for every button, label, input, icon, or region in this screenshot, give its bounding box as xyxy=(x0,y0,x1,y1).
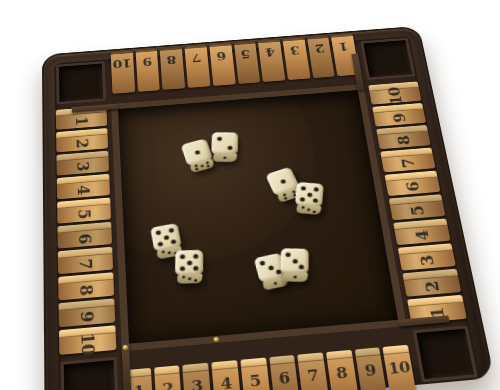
tile-bottom-10[interactable]: 10 xyxy=(383,345,417,390)
die-pip xyxy=(299,264,304,269)
tile-number: 3 xyxy=(74,161,91,172)
die-pip xyxy=(193,266,198,271)
die-pip xyxy=(267,265,273,271)
tile-end-cap xyxy=(269,355,295,365)
tile-end-cap xyxy=(326,350,352,360)
die-pip xyxy=(180,266,185,271)
tile-end-cap xyxy=(297,352,323,362)
die-pip xyxy=(180,254,185,259)
tile-number: 10 xyxy=(78,332,97,356)
tile-left-4[interactable]: 4 xyxy=(57,174,110,200)
tile-right-7[interactable]: 7 xyxy=(380,148,435,173)
tile-end-cap xyxy=(154,365,180,375)
die-pip xyxy=(156,230,162,235)
die-top-face xyxy=(175,249,203,274)
tile-end-cap xyxy=(384,171,437,182)
tile-end-cap xyxy=(57,174,110,185)
tile-left-7[interactable]: 7 xyxy=(58,247,113,274)
tile-number: 3 xyxy=(290,44,301,56)
tile-number: 9 xyxy=(391,113,409,123)
die-pip xyxy=(285,252,290,257)
die-pip xyxy=(293,275,297,278)
tile-number: 8 xyxy=(167,53,177,65)
board-outer-frame: 10987654321 12345678910 10987654321 1234… xyxy=(42,26,495,390)
tile-end-cap xyxy=(57,222,111,234)
tile-number: 6 xyxy=(404,181,423,192)
tile-end-cap xyxy=(56,128,107,139)
tile-end-cap xyxy=(383,345,410,355)
die-pip xyxy=(168,228,174,233)
die-6-showing-5[interactable] xyxy=(175,249,203,283)
tile-number: 4 xyxy=(75,184,92,195)
die-top-face xyxy=(280,248,308,273)
tile-number: 3 xyxy=(418,255,437,267)
tile-end-cap xyxy=(56,151,108,162)
tile-number: 9 xyxy=(78,310,96,323)
die-front-face xyxy=(295,205,321,216)
tile-number: 1 xyxy=(73,116,90,126)
tile-number: 5 xyxy=(75,208,92,219)
tile-top-10[interactable]: 10 xyxy=(111,51,135,94)
tile-top-3[interactable]: 3 xyxy=(282,38,310,80)
tile-number: 7 xyxy=(399,158,417,169)
die-front-face xyxy=(212,154,237,162)
tile-end-cap xyxy=(57,198,110,209)
die-pip xyxy=(223,156,226,158)
die-pip xyxy=(205,161,208,164)
die-pip xyxy=(193,254,198,259)
corner-tray-bottom-right xyxy=(413,325,478,382)
die-pip xyxy=(217,137,222,141)
product-photo-scene: 10987654321 12345678910 10987654321 1234… xyxy=(0,0,500,390)
corner-tray-top-left xyxy=(56,61,106,104)
die-pip xyxy=(170,239,176,244)
die-pip xyxy=(301,206,305,209)
tile-number: 8 xyxy=(77,284,95,296)
die-2-showing-2[interactable] xyxy=(211,132,238,162)
tile-number: 6 xyxy=(278,371,291,387)
die-pip xyxy=(193,279,196,282)
tile-right-10[interactable]: 10 xyxy=(368,81,421,104)
tile-end-cap xyxy=(240,358,266,368)
tile-top-8[interactable]: 8 xyxy=(160,47,185,90)
brass-hinge-pin xyxy=(213,337,219,342)
die-pip xyxy=(195,168,198,171)
tile-right-2[interactable]: 2 xyxy=(402,269,461,297)
die-pip xyxy=(163,235,169,240)
die-pip xyxy=(158,242,164,247)
tile-bottom-2[interactable]: 2 xyxy=(154,365,183,390)
tile-number: 7 xyxy=(307,368,320,384)
tile-top-9[interactable]: 9 xyxy=(135,49,160,92)
tile-right-5[interactable]: 5 xyxy=(389,194,446,220)
tile-right-9[interactable]: 9 xyxy=(372,103,426,127)
tile-number: 4 xyxy=(413,230,432,242)
tile-left-10[interactable]: 10 xyxy=(59,325,116,355)
tile-end-cap xyxy=(183,363,209,373)
die-pip xyxy=(292,258,297,263)
shut-the-box-board: 10987654321 12345678910 10987654321 1234… xyxy=(42,26,495,390)
die-pip xyxy=(312,199,317,204)
die-8-showing-3[interactable] xyxy=(280,248,308,282)
dice-tray-felt xyxy=(111,84,407,351)
tile-left-9[interactable]: 9 xyxy=(59,298,116,327)
die-pip xyxy=(161,250,164,253)
tile-end-cap xyxy=(211,360,237,370)
die-4-showing-5[interactable] xyxy=(294,182,323,215)
die-pip xyxy=(273,282,276,285)
die-pip xyxy=(301,187,306,192)
tile-bottom-7[interactable]: 7 xyxy=(297,352,330,390)
tile-top-2[interactable]: 2 xyxy=(307,36,335,78)
die-front-face xyxy=(176,273,202,283)
tile-number: 5 xyxy=(249,373,261,389)
tile-number: 6 xyxy=(76,233,94,245)
tile-top-7[interactable]: 7 xyxy=(185,45,211,88)
tile-number: 8 xyxy=(395,135,413,145)
tile-number: 10 xyxy=(386,87,405,106)
tile-end-cap xyxy=(402,269,458,281)
tile-end-cap xyxy=(380,148,432,159)
tile-bottom-3[interactable]: 3 xyxy=(183,363,213,390)
tile-right-3[interactable]: 3 xyxy=(398,243,456,270)
tile-number: 7 xyxy=(77,258,95,270)
tile-number: 9 xyxy=(364,363,377,379)
tile-number: 1 xyxy=(338,40,349,52)
tile-end-cap xyxy=(398,243,453,255)
die-pip xyxy=(206,165,209,168)
tile-bottom-4[interactable]: 4 xyxy=(211,360,242,390)
die-pip xyxy=(259,260,265,266)
tile-number: 2 xyxy=(162,381,174,390)
tile-rack-west: 12345678910 xyxy=(55,103,119,358)
tile-top-4[interactable]: 4 xyxy=(258,39,285,82)
die-pip xyxy=(279,178,285,183)
tile-number: 5 xyxy=(408,205,427,216)
tile-left-6[interactable]: 6 xyxy=(57,222,112,249)
tile-end-cap xyxy=(354,347,380,357)
die-pip xyxy=(300,198,305,203)
die-pip xyxy=(228,146,233,150)
tile-number: 1 xyxy=(133,384,145,390)
tile-end-cap xyxy=(59,298,115,310)
die-pip xyxy=(167,251,170,254)
tile-number: 2 xyxy=(314,42,325,54)
tile-right-4[interactable]: 4 xyxy=(393,218,450,245)
tile-number: 2 xyxy=(423,280,443,292)
die-pip xyxy=(307,193,312,198)
tile-end-cap xyxy=(58,272,113,284)
die-top-face xyxy=(211,132,238,154)
die-pip xyxy=(188,277,191,280)
tile-end-cap xyxy=(389,194,443,205)
rail-extension-left xyxy=(122,344,132,390)
die-pip xyxy=(283,196,287,199)
board-inner: 10987654321 12345678910 10987654321 1234… xyxy=(54,36,478,390)
corner-tray-top-right xyxy=(360,38,415,80)
tile-end-cap xyxy=(407,295,463,307)
tile-number: 4 xyxy=(265,46,276,58)
die-pip xyxy=(311,211,315,214)
tile-number: 3 xyxy=(191,379,203,390)
tile-left-3[interactable]: 3 xyxy=(56,151,109,176)
tile-number: 7 xyxy=(191,51,201,63)
tile-number: 2 xyxy=(74,138,91,149)
tile-end-cap xyxy=(393,218,447,230)
tile-number: 9 xyxy=(142,55,152,67)
die-pip xyxy=(187,260,192,265)
die-front-face xyxy=(281,272,307,282)
tile-end-cap xyxy=(58,247,113,259)
tile-end-cap xyxy=(376,125,428,135)
die-pip xyxy=(194,164,197,167)
tile-right-8[interactable]: 8 xyxy=(376,125,431,149)
die-pip xyxy=(194,150,200,155)
tile-number: 4 xyxy=(220,376,232,390)
die-pip xyxy=(182,275,186,278)
tile-bottom-6[interactable]: 6 xyxy=(269,355,301,390)
tile-number: 6 xyxy=(216,50,226,62)
tile-number: 5 xyxy=(241,48,251,60)
tile-bottom-8[interactable]: 8 xyxy=(326,350,359,390)
tile-number: 8 xyxy=(335,366,348,382)
tile-right-6[interactable]: 6 xyxy=(384,171,440,196)
die-pip xyxy=(200,164,203,167)
tile-left-5[interactable]: 5 xyxy=(57,198,111,224)
tile-left-8[interactable]: 8 xyxy=(58,272,114,300)
tile-bottom-5[interactable]: 5 xyxy=(240,358,271,390)
die-pip xyxy=(313,188,318,193)
die-pip xyxy=(306,209,310,212)
tile-top-5[interactable]: 5 xyxy=(234,41,261,84)
tile-number: 10 xyxy=(113,57,132,70)
tile-end-cap xyxy=(372,103,423,113)
corner-tray-bottom-left xyxy=(60,357,118,390)
tile-number: 10 xyxy=(387,360,411,377)
tile-top-6[interactable]: 6 xyxy=(209,43,235,86)
tile-left-2[interactable]: 2 xyxy=(56,128,108,152)
